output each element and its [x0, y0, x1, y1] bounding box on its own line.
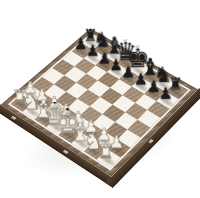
chess-set-photo: ♜♞♝♛♚♝♞♜♟♟♟♟♟♟♟♟♟♟♟♟♟♟♟♟♜♞♝♛♚♝♞♜	[0, 0, 200, 198]
square-h7[interactable]: ♟	[157, 92, 179, 109]
black-pawn[interactable]: ♟	[138, 86, 194, 102]
clasp-icon	[148, 139, 154, 144]
white-rook[interactable]: ♜	[77, 143, 136, 161]
